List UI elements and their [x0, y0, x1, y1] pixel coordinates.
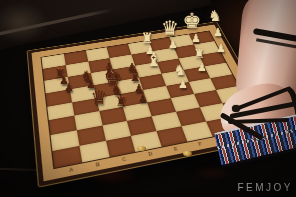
photo-stage: ABCDEFGH ♜♛♚♞♟♟♟♟♝♜♟♞♟♟♜♟♞♝♟♟♟♚♝♞♟♛♜♟ FE… [0, 0, 296, 197]
vignette [0, 0, 296, 197]
